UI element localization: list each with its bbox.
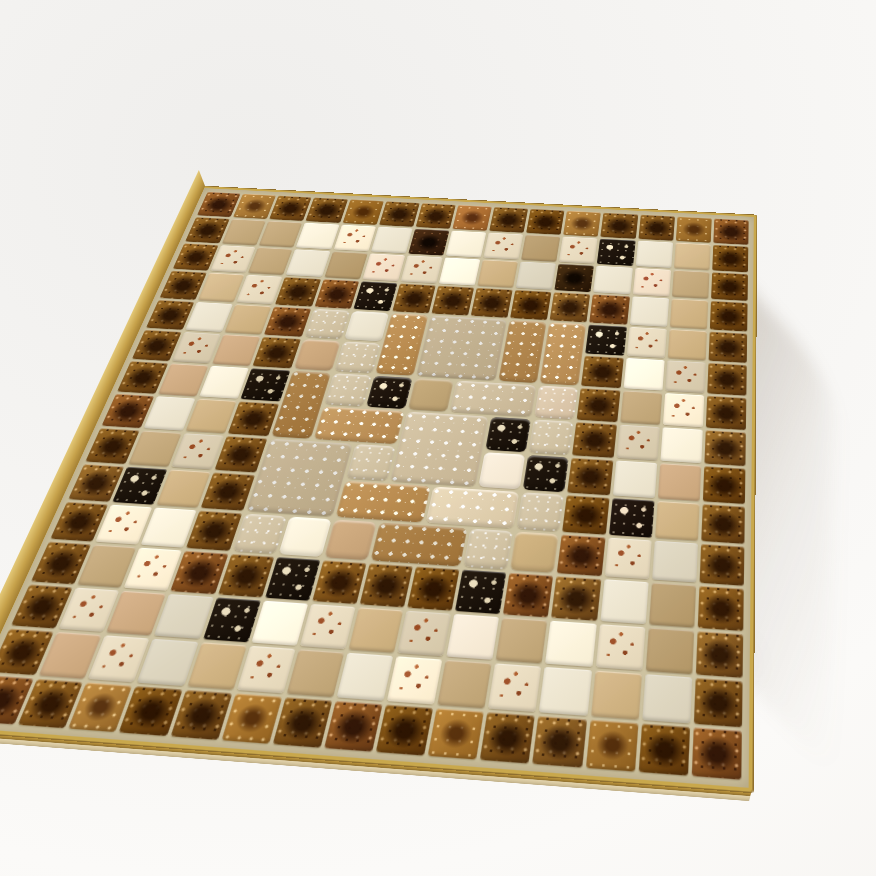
tile-spotted-cream <box>626 327 666 358</box>
tile-brown-speckled <box>503 573 553 617</box>
tile-brown-speckled <box>533 716 587 768</box>
tile-brown-speckled <box>703 466 746 504</box>
tile-cream <box>539 667 591 716</box>
tile-tan <box>658 463 702 501</box>
tile-brown-speckled <box>704 430 746 466</box>
tile-tan <box>674 243 711 270</box>
tile-cream-small <box>278 517 331 558</box>
tile-brown-speckled <box>480 712 535 764</box>
tile-tan <box>672 270 710 299</box>
tile-cream <box>594 266 633 294</box>
tile-brown-speckled <box>201 473 255 511</box>
tile-spotted-cream <box>400 256 442 284</box>
tile-tan <box>348 607 403 653</box>
tile-golden-brown-speckled <box>342 199 383 225</box>
tile-brown-speckled <box>314 279 359 308</box>
tile-pale-speckled <box>334 341 380 373</box>
tile-brown-speckled <box>552 576 601 620</box>
tile-brown-speckled <box>694 677 743 727</box>
photo-background: { "scene": { "subject": "vintage ceramic… <box>0 0 876 876</box>
tile-black-marble <box>203 597 261 642</box>
tile-cream <box>439 258 481 286</box>
tile-cream <box>446 231 487 258</box>
tile-brown-speckled <box>407 567 459 610</box>
tile-tan-small <box>293 339 340 371</box>
tile-cream <box>652 541 698 583</box>
tile-brown-speckled <box>68 464 124 502</box>
tile-brown-speckled <box>50 502 108 542</box>
tile-brown-speckled <box>711 272 748 301</box>
tile-spotted-cream <box>633 268 671 297</box>
tile-caramel-speckled <box>498 320 546 383</box>
tile-black-marble <box>485 417 531 453</box>
tile-cream <box>516 262 556 290</box>
tile-spotted-cream <box>595 624 645 671</box>
tile-cream <box>635 241 672 268</box>
tile-spotted-cream <box>488 663 541 712</box>
tile-brown-speckled <box>275 277 320 306</box>
tile-brown-speckled <box>253 336 301 368</box>
tile-tan <box>477 260 518 288</box>
tile-cream <box>144 396 196 431</box>
tile-cream <box>660 427 702 463</box>
photo-scene <box>0 0 876 876</box>
tile-brown-speckled <box>186 511 241 551</box>
tile-black-marble <box>597 239 635 266</box>
tile-tan <box>496 617 548 663</box>
tile-pale-speckled <box>535 385 579 419</box>
tile-pale-speckled <box>346 444 395 481</box>
tile-caramel-speckled <box>375 313 428 376</box>
tile-brown-speckled <box>324 701 383 752</box>
tile-brown-speckled <box>132 330 182 361</box>
tile-tan <box>78 545 137 587</box>
tile-tan <box>645 627 694 674</box>
tile-brown-speckled <box>272 697 332 748</box>
tile-caramel-speckled <box>540 322 587 385</box>
tile-tan <box>187 642 247 690</box>
tile-brown-speckled <box>264 306 310 336</box>
tile-black-marble <box>241 368 290 401</box>
tile-tan <box>521 235 560 262</box>
tile-tan <box>620 390 662 424</box>
tile-brown-speckled <box>471 288 513 317</box>
tile-brown-speckled <box>638 215 675 241</box>
tile-cream-small <box>344 311 389 341</box>
tile-cream <box>613 461 657 499</box>
tile-brown-speckled <box>360 564 413 607</box>
tile-brown-speckled <box>712 245 748 273</box>
tile-brown-speckled <box>228 401 278 436</box>
tile-spotted-cream <box>397 610 451 656</box>
tile-brown-speckled <box>713 218 748 244</box>
tile-caramel-speckled <box>313 406 404 444</box>
tile-tan <box>670 299 709 329</box>
tile-black-marble <box>366 375 413 409</box>
tile-brown-speckled <box>85 428 139 464</box>
tile-brown-speckled <box>379 201 420 227</box>
tile-brown-speckled <box>601 213 638 239</box>
tile-brown-speckled <box>698 586 744 630</box>
tile-golden-brown-speckled <box>676 216 712 242</box>
tile-spotted-cream <box>362 254 405 282</box>
tile-golden-brown-speckled <box>585 719 638 771</box>
tile-brown-speckled <box>432 286 475 315</box>
tile-brown-speckled <box>510 290 551 320</box>
tile-tan-small <box>408 378 454 412</box>
tile-brown-speckled <box>215 436 267 472</box>
tile-brown-speckled <box>692 727 742 780</box>
tile-brown-speckled <box>117 361 168 394</box>
tile-golden-brown-speckled <box>428 708 484 759</box>
tile-spotted-cream <box>616 425 659 461</box>
tile-pale-speckled <box>463 529 513 570</box>
tile-tan <box>655 501 700 541</box>
tile-black-marble <box>523 455 569 492</box>
tile-light-speckled-large <box>390 412 489 487</box>
tile-cream-small <box>478 452 525 489</box>
mosaic-tray <box>0 186 756 792</box>
tile-cream <box>371 227 413 254</box>
tile-cream <box>199 366 249 399</box>
tile-black-marble <box>609 498 655 538</box>
tile-spotted-cream <box>300 604 356 649</box>
tile-brown-speckled <box>701 504 745 544</box>
tile-cream <box>286 249 330 277</box>
tile-tan <box>667 329 706 360</box>
tile-brown-speckled <box>577 388 620 422</box>
tile-brown-speckled <box>31 542 91 584</box>
tile-brown-speckled <box>218 554 274 597</box>
tile-brown-speckled <box>415 203 455 229</box>
tile-cream <box>642 674 692 723</box>
tile-pale-speckled <box>304 308 350 338</box>
tile-light-speckled-large <box>246 439 353 517</box>
tile-spotted-cream <box>237 645 296 693</box>
tile-tan <box>259 221 303 248</box>
tile-brown-speckled <box>638 723 690 775</box>
tile-spotted-cream <box>663 393 704 427</box>
tile-brown-speckled <box>392 284 435 313</box>
tile-tan-small <box>324 520 377 561</box>
tile-spotted-cream <box>333 225 375 252</box>
tile-caramel-speckled <box>370 523 467 567</box>
tile-brown-speckled <box>376 704 433 755</box>
tile-brown-speckled <box>306 197 348 223</box>
tile-cream <box>623 358 664 391</box>
tile-cream <box>296 223 339 250</box>
tile-tan <box>591 670 642 719</box>
tile-brown-speckled <box>707 363 747 396</box>
tile-pale-speckled <box>529 419 574 455</box>
tile-spotted-cream <box>559 237 598 264</box>
tile-brown-speckled <box>708 331 747 362</box>
tile-brown-speckled <box>557 535 605 577</box>
tile-pale-speckled <box>324 373 372 406</box>
tile-tan <box>286 649 344 697</box>
tile-cream <box>447 614 500 660</box>
tile-tan <box>438 660 493 709</box>
tile-brown-speckled <box>269 196 312 221</box>
tile-brown-speckled <box>312 561 366 604</box>
tile-brown-speckled <box>489 207 528 233</box>
tile-brown-speckled <box>581 355 623 388</box>
tile-tan <box>324 252 367 280</box>
tile-black-marble <box>455 570 506 614</box>
tile-pale-speckled <box>517 492 564 531</box>
tile-brown-speckled <box>526 209 564 235</box>
tile-spotted-cream <box>387 656 443 704</box>
tile-spotted-cream <box>483 233 523 260</box>
tile-brown-speckled <box>550 292 591 322</box>
tile-tan <box>225 304 272 334</box>
tile-golden-brown-speckled <box>221 693 282 744</box>
tile-brown-speckled <box>710 301 748 331</box>
tile-brown-speckled <box>590 294 630 324</box>
tile-light-speckled-large <box>416 315 507 380</box>
tile-golden-brown-speckled <box>563 211 601 237</box>
tile-cream <box>630 297 669 327</box>
tile-pale-speckled <box>232 514 286 554</box>
tile-black-marble <box>265 557 320 600</box>
tile-brown-speckled <box>699 544 744 586</box>
tile-brown-speckled <box>572 422 616 458</box>
tile-black-marble <box>586 324 627 355</box>
tile-cream <box>600 580 648 624</box>
tile-brown-speckled <box>568 458 613 496</box>
tile-brown-speckled <box>696 631 744 678</box>
tile-caramel-speckled <box>335 481 430 523</box>
tile-cream <box>251 600 308 645</box>
tile-cream <box>546 620 597 666</box>
tile-spotted-cream <box>665 360 705 393</box>
tile-brown-speckled <box>102 394 155 428</box>
tile-golden-brown-speckled <box>452 205 492 231</box>
tile-dark-chocolate <box>408 229 449 256</box>
tile-tan <box>649 583 696 627</box>
tile-light-speckled-large <box>450 380 537 416</box>
tile-tan-small <box>510 532 559 573</box>
tile-brown-speckled <box>706 395 747 429</box>
tile-spotted-cream <box>604 538 651 580</box>
tile-tan <box>248 247 293 275</box>
tile-light-speckled-large <box>426 487 520 529</box>
tile-cream <box>337 652 394 700</box>
tile-dark-chocolate <box>555 264 595 292</box>
tile-brown-speckled <box>563 495 610 535</box>
tile-black-marble <box>353 282 397 311</box>
